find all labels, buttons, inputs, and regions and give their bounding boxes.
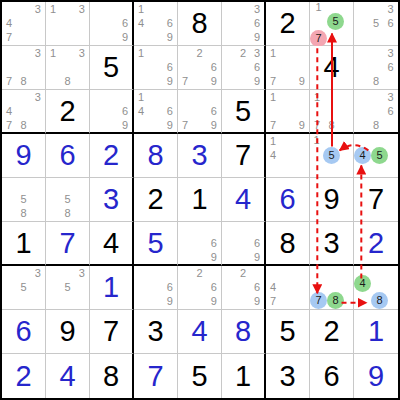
candidate-7: 7 (266, 75, 280, 89)
empty-candidate-slot (31, 118, 45, 132)
solved-digit: 9 (15, 141, 31, 170)
candidate-2: 2 (236, 46, 250, 60)
given-digit: 2 (323, 317, 339, 346)
solved-digit: 5 (147, 229, 163, 258)
empty-candidate-slot (310, 164, 323, 177)
empty-candidate-slot (207, 90, 221, 104)
cell-r8c7[interactable]: 5 (266, 310, 310, 354)
candidate-5: 5 (60, 280, 74, 294)
cell-r5c6[interactable]: 4 (222, 178, 266, 222)
candidate-grid: 269 (178, 266, 221, 309)
empty-candidate-slot (148, 280, 162, 294)
given-digit: 5 (279, 317, 295, 346)
empty-candidate-slot (16, 60, 30, 74)
empty-candidate-slot (75, 31, 89, 45)
candidate-grid: 2679 (178, 46, 221, 89)
candidate-grid: 69 (222, 222, 264, 264)
candidate-8: 8 (16, 75, 30, 89)
empty-candidate-slot (207, 222, 221, 236)
empty-candidate-slot (134, 266, 148, 280)
empty-candidate-slot (280, 266, 294, 280)
empty-candidate-slot (340, 147, 353, 164)
solved-digit: 6 (59, 141, 75, 170)
empty-candidate-slot (371, 275, 388, 292)
cell-r1c4[interactable]: 1469 (134, 2, 178, 46)
empty-candidate-slot (236, 2, 250, 16)
solved-digit: 7 (59, 229, 75, 258)
empty-candidate-slot (60, 2, 74, 16)
empty-candidate-slot (383, 31, 398, 45)
cell-r5c7[interactable]: 6 (266, 178, 310, 222)
cell-r8c1[interactable]: 6 (2, 310, 46, 354)
empty-candidate-slot (222, 16, 236, 30)
cell-r4c4[interactable]: 8 (134, 134, 178, 178)
cell-r3c4[interactable]: 1469 (134, 90, 178, 134)
empty-candidate-slot (280, 90, 294, 104)
cell-r7c3[interactable]: 1 (90, 266, 134, 310)
candidate-3: 3 (31, 90, 45, 104)
candidate-grid: 58 (46, 178, 89, 221)
empty-candidate-slot (295, 295, 309, 309)
empty-candidate-slot (148, 90, 162, 104)
candidate-2: 2 (192, 266, 206, 280)
cell-r7c4[interactable]: 69 (134, 266, 178, 310)
cell-r3c5[interactable]: 679 (178, 90, 222, 134)
empty-candidate-slot (60, 178, 74, 192)
empty-candidate-slot (295, 46, 309, 60)
candidate-grid: 58 (2, 178, 45, 221)
empty-candidate-slot (280, 280, 294, 294)
empty-candidate-slot (354, 16, 369, 30)
empty-candidate-slot (236, 16, 250, 30)
cell-r5c5[interactable]: 1 (178, 178, 222, 222)
given-digit: 9 (323, 185, 339, 214)
empty-candidate-slot (344, 13, 353, 30)
cell-r4c3[interactable]: 2 (90, 134, 134, 178)
candidate-3: 3 (75, 2, 89, 16)
candidate-3: 3 (383, 46, 398, 60)
empty-candidate-slot (60, 60, 74, 74)
given-digit: 3 (279, 362, 295, 391)
empty-candidate-slot (354, 31, 369, 45)
candidate-2: 2 (192, 46, 206, 60)
candidate-1: 1 (310, 134, 323, 147)
empty-candidate-slot (295, 60, 309, 74)
solved-digit: 2 (368, 229, 384, 258)
candidate-9: 9 (118, 31, 132, 45)
cell-r1c1[interactable]: 347 (2, 2, 46, 46)
cell-r1c5[interactable]: 8 (178, 2, 222, 46)
empty-candidate-slot (192, 60, 206, 74)
given-digit: 5 (103, 53, 119, 82)
empty-candidate-slot (250, 266, 264, 280)
candidate-grid: 1469 (134, 2, 177, 45)
empty-candidate-slot (388, 164, 398, 177)
empty-candidate-slot (369, 31, 384, 45)
empty-candidate-slot (148, 104, 162, 118)
empty-candidate-slot (16, 90, 30, 104)
empty-candidate-slot (31, 31, 45, 45)
empty-candidate-slot (192, 118, 206, 132)
candidate-grid: 347 (2, 2, 45, 45)
cell-r5c1[interactable]: 58 (2, 178, 46, 222)
empty-candidate-slot (280, 163, 294, 177)
empty-candidate-slot (75, 207, 89, 221)
empty-candidate-slot (148, 16, 162, 30)
cell-r5c9[interactable]: 7 (354, 178, 398, 222)
candidate-1: 1 (134, 46, 148, 60)
cell-r8c8[interactable]: 2 (310, 310, 354, 354)
empty-candidate-slot (344, 30, 353, 47)
solved-digit: 6 (279, 185, 295, 214)
empty-candidate-slot (75, 295, 89, 309)
empty-candidate-slot (16, 295, 30, 309)
empty-candidate-slot (344, 266, 353, 279)
empty-candidate-slot (60, 31, 74, 45)
cell-r4c2[interactable]: 6 (46, 134, 90, 178)
empty-candidate-slot (280, 75, 294, 89)
empty-candidate-slot (2, 2, 16, 16)
cell-r3c3[interactable]: 69 (90, 90, 134, 134)
cell-r2c7[interactable]: 179 (266, 46, 310, 90)
chain-candidate-4: 4 (354, 147, 371, 164)
empty-candidate-slot (90, 2, 104, 16)
cell-r4c9[interactable]: 45 (354, 134, 398, 178)
cell-r1c8[interactable]: 157 (310, 2, 354, 46)
given-digit: 1 (235, 362, 251, 391)
cell-r4c7[interactable]: 14 (266, 134, 310, 178)
given-digit: 6 (323, 362, 339, 391)
cell-r4c5[interactable]: 3 (178, 134, 222, 178)
cell-r3c8[interactable]: 178 (310, 90, 354, 134)
cell-r5c8[interactable]: 9 (310, 178, 354, 222)
cell-r2c6[interactable]: 2369 (222, 46, 266, 90)
empty-candidate-slot (388, 134, 398, 147)
empty-candidate-slot (222, 236, 236, 250)
empty-candidate-slot (280, 104, 294, 118)
solved-digit: 4 (191, 317, 207, 346)
cell-r4c1[interactable]: 9 (2, 134, 46, 178)
candidate-6: 6 (250, 60, 264, 74)
candidate-8: 8 (60, 75, 74, 89)
cell-r1c2[interactable]: 13 (46, 2, 90, 46)
solved-digit: 6 (15, 317, 31, 346)
empty-candidate-slot (46, 192, 60, 206)
empty-candidate-slot (46, 280, 60, 294)
empty-candidate-slot (178, 104, 192, 118)
empty-candidate-slot (2, 192, 16, 206)
chain-node-green: 5 (371, 147, 388, 164)
empty-candidate-slot (148, 60, 162, 74)
candidate-grid: 78 (310, 266, 353, 309)
empty-candidate-slot (118, 90, 132, 104)
cell-r1c7[interactable]: 2 (266, 2, 310, 46)
cell-r2c5[interactable]: 2679 (178, 46, 222, 90)
empty-candidate-slot (178, 46, 192, 60)
empty-candidate-slot (354, 90, 369, 104)
candidate-9: 9 (250, 250, 264, 264)
cell-r6c6[interactable]: 69 (222, 222, 266, 266)
empty-candidate-slot (148, 46, 162, 60)
empty-candidate-slot (354, 46, 369, 60)
empty-candidate-slot (46, 178, 60, 192)
empty-candidate-slot (369, 60, 384, 74)
empty-candidate-slot (134, 280, 148, 294)
cell-r4c8[interactable]: 15 (310, 134, 354, 178)
empty-candidate-slot (310, 266, 327, 279)
empty-candidate-slot (295, 163, 309, 177)
empty-candidate-slot (60, 16, 74, 30)
empty-candidate-slot (60, 46, 74, 60)
empty-candidate-slot (31, 207, 45, 221)
cell-r4c6[interactable]: 7 (222, 134, 266, 178)
empty-candidate-slot (46, 60, 60, 74)
empty-candidate-slot (104, 31, 118, 45)
cell-r6c2[interactable]: 7 (46, 222, 90, 266)
candidate-2: 2 (236, 266, 250, 280)
empty-candidate-slot (369, 104, 384, 118)
candidate-6: 6 (250, 280, 264, 294)
empty-candidate-slot (192, 236, 206, 250)
candidate-8: 8 (16, 118, 30, 132)
empty-candidate-slot (163, 46, 177, 60)
empty-candidate-slot (75, 16, 89, 30)
candidate-5: 5 (60, 192, 74, 206)
cell-r7c8[interactable]: 78 (310, 266, 354, 310)
empty-candidate-slot (280, 118, 294, 132)
empty-candidate-slot (134, 118, 148, 132)
candidate-9: 9 (250, 75, 264, 89)
empty-candidate-slot (266, 266, 280, 280)
empty-candidate-slot (310, 147, 323, 164)
candidate-7: 7 (2, 118, 16, 132)
solved-digit: 8 (147, 141, 163, 170)
empty-candidate-slot (339, 90, 353, 104)
empty-candidate-slot (339, 118, 353, 132)
candidate-9: 9 (207, 118, 221, 132)
candidate-3: 3 (31, 2, 45, 16)
empty-candidate-slot (148, 118, 162, 132)
empty-candidate-slot (2, 60, 16, 74)
empty-candidate-slot (295, 280, 309, 294)
cell-r5c4[interactable]: 2 (134, 178, 178, 222)
candidate-5: 5 (369, 16, 384, 30)
candidate-grid: 13 (46, 2, 89, 45)
candidate-6: 6 (207, 60, 221, 74)
cell-r6c9[interactable]: 2 (354, 222, 398, 266)
cell-r2c2[interactable]: 138 (46, 46, 90, 90)
empty-candidate-slot (90, 104, 104, 118)
cell-r6c7[interactable]: 8 (266, 222, 310, 266)
cell-r3c6[interactable]: 5 (222, 90, 266, 134)
candidate-6: 6 (383, 60, 398, 74)
candidate-8: 8 (60, 207, 74, 221)
cell-r2c1[interactable]: 378 (2, 46, 46, 90)
given-digit: 7 (368, 185, 384, 214)
empty-candidate-slot (383, 75, 398, 89)
cell-r9c9[interactable]: 9 (354, 354, 398, 398)
empty-candidate-slot (104, 16, 118, 30)
chain-node-blue: 4 (354, 147, 371, 164)
empty-candidate-slot (31, 178, 45, 192)
cell-r6c5[interactable]: 69 (178, 222, 222, 266)
sudoku-app: 3471369146983692157356378138516926792369… (0, 0, 400, 400)
empty-candidate-slot (323, 134, 340, 147)
empty-candidate-slot (192, 90, 206, 104)
cell-r2c4[interactable]: 169 (134, 46, 178, 90)
chain-candidate-7: 7 (310, 292, 327, 309)
candidate-4: 4 (266, 148, 280, 162)
cell-r8c6[interactable]: 8 (222, 310, 266, 354)
cell-r8c4[interactable]: 3 (134, 310, 178, 354)
candidate-6: 6 (383, 104, 398, 118)
empty-candidate-slot (310, 13, 327, 30)
given-digit: 5 (235, 97, 251, 126)
empty-candidate-slot (178, 60, 192, 74)
cell-r6c4[interactable]: 5 (134, 222, 178, 266)
cell-r7c1[interactable]: 35 (2, 266, 46, 310)
cell-r3c9[interactable]: 368 (354, 90, 398, 134)
cell-r9c3[interactable]: 8 (90, 354, 134, 398)
empty-candidate-slot (31, 16, 45, 30)
given-digit: 8 (103, 362, 119, 391)
cell-r1c9[interactable]: 356 (354, 2, 398, 46)
cell-r7c5[interactable]: 269 (178, 266, 222, 310)
cell-r8c9[interactable]: 1 (354, 310, 398, 354)
cell-r8c3[interactable]: 7 (90, 310, 134, 354)
candidate-grid: 69 (134, 266, 177, 309)
candidate-6: 6 (163, 104, 177, 118)
empty-candidate-slot (192, 280, 206, 294)
empty-candidate-slot (31, 75, 45, 89)
cell-r9c7[interactable]: 3 (266, 354, 310, 398)
empty-candidate-slot (236, 31, 250, 45)
empty-candidate-slot (16, 104, 30, 118)
empty-candidate-slot (104, 90, 118, 104)
candidate-3: 3 (383, 2, 398, 16)
candidate-7: 7 (178, 75, 192, 89)
cell-r7c9[interactable]: 48 (354, 266, 398, 310)
empty-candidate-slot (46, 295, 60, 309)
empty-candidate-slot (104, 118, 118, 132)
chain-candidate-5: 5 (371, 147, 388, 164)
empty-candidate-slot (192, 75, 206, 89)
cell-r8c5[interactable]: 4 (178, 310, 222, 354)
empty-candidate-slot (46, 75, 60, 89)
empty-candidate-slot (236, 60, 250, 74)
candidate-grid: 14 (266, 134, 309, 177)
cell-r7c2[interactable]: 35 (46, 266, 90, 310)
cell-r1c6[interactable]: 369 (222, 2, 266, 46)
cell-r9c6[interactable]: 1 (222, 354, 266, 398)
cell-r3c2[interactable]: 2 (46, 90, 90, 134)
cell-r9c5[interactable]: 5 (178, 354, 222, 398)
cell-r6c1[interactable]: 1 (2, 222, 46, 266)
candidate-grid: 178 (310, 90, 353, 132)
cell-r7c7[interactable]: 47 (266, 266, 310, 310)
empty-candidate-slot (340, 164, 353, 177)
candidate-grid: 1469 (134, 90, 177, 132)
empty-candidate-slot (46, 31, 60, 45)
candidate-grid: 15 (310, 134, 353, 177)
empty-candidate-slot (31, 60, 45, 74)
empty-candidate-slot (46, 207, 60, 221)
empty-candidate-slot (383, 118, 398, 132)
empty-candidate-slot (236, 222, 250, 236)
candidate-9: 9 (163, 75, 177, 89)
cell-r1c3[interactable]: 69 (90, 2, 134, 46)
candidate-9: 9 (163, 295, 177, 309)
empty-candidate-slot (90, 90, 104, 104)
given-digit: 4 (323, 53, 339, 82)
empty-candidate-slot (46, 266, 60, 280)
candidate-1: 1 (46, 2, 60, 16)
empty-candidate-slot (354, 266, 371, 275)
empty-candidate-slot (192, 295, 206, 309)
chain-node-green: 4 (354, 275, 371, 292)
cell-r2c8[interactable]: 4 (310, 46, 354, 90)
empty-candidate-slot (222, 60, 236, 74)
candidate-6: 6 (163, 280, 177, 294)
solved-digit: 2 (103, 141, 119, 170)
given-digit: 1 (191, 185, 207, 214)
empty-candidate-slot (371, 164, 388, 177)
cell-r9c2[interactable]: 4 (46, 354, 90, 398)
candidate-8: 8 (16, 207, 30, 221)
cell-r6c8[interactable]: 3 (310, 222, 354, 266)
empty-candidate-slot (118, 2, 132, 16)
candidate-6: 6 (207, 104, 221, 118)
empty-candidate-slot (354, 292, 371, 309)
solved-digit: 1 (368, 317, 384, 346)
empty-candidate-slot (236, 280, 250, 294)
chain-candidate-5: 5 (323, 147, 340, 164)
cell-r9c8[interactable]: 6 (310, 354, 354, 398)
candidate-grid: 368 (354, 46, 398, 89)
solved-digit: 8 (235, 317, 251, 346)
empty-candidate-slot (222, 250, 236, 264)
cell-r2c3[interactable]: 5 (90, 46, 134, 90)
cell-r9c4[interactable]: 7 (134, 354, 178, 398)
empty-candidate-slot (192, 250, 206, 264)
candidate-7: 7 (266, 295, 280, 309)
candidate-7: 7 (2, 31, 16, 45)
cell-r2c9[interactable]: 368 (354, 46, 398, 90)
cell-r9c1[interactable]: 2 (2, 354, 46, 398)
empty-candidate-slot (266, 60, 280, 74)
cell-r3c1[interactable]: 3478 (2, 90, 46, 134)
empty-candidate-slot (16, 2, 30, 16)
cell-r8c2[interactable]: 9 (46, 310, 90, 354)
empty-candidate-slot (222, 2, 236, 16)
empty-candidate-slot (148, 75, 162, 89)
cell-r5c2[interactable]: 58 (46, 178, 90, 222)
empty-candidate-slot (31, 280, 45, 294)
candidate-7: 7 (310, 118, 324, 132)
candidate-6: 6 (163, 60, 177, 74)
cell-r7c6[interactable]: 269 (222, 266, 266, 310)
cell-r5c3[interactable]: 3 (90, 178, 134, 222)
empty-candidate-slot (266, 163, 280, 177)
empty-candidate-slot (163, 2, 177, 16)
candidate-8: 8 (369, 75, 384, 89)
cell-r3c7[interactable]: 179 (266, 90, 310, 134)
candidate-9: 9 (118, 118, 132, 132)
candidate-grid: 356 (354, 2, 398, 45)
empty-candidate-slot (222, 222, 236, 236)
cell-r6c3[interactable]: 4 (90, 222, 134, 266)
empty-candidate-slot (31, 295, 45, 309)
